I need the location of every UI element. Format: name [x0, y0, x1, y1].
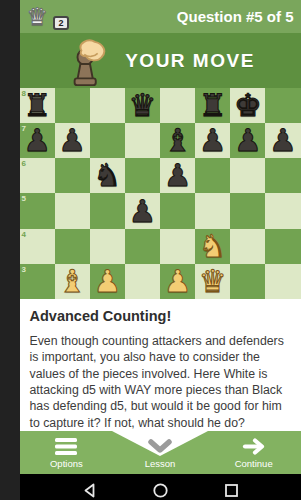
square-h3[interactable] — [265, 264, 300, 299]
square-d4[interactable] — [125, 229, 160, 264]
square-c8[interactable] — [90, 88, 125, 123]
square-c5[interactable] — [90, 193, 125, 228]
square-a8[interactable]: 8♜ — [20, 88, 55, 123]
lesson-panel: Advanced Counting! Even though counting … — [20, 299, 301, 431]
square-b3[interactable]: ♝ — [55, 264, 90, 299]
square-e5[interactable] — [160, 193, 195, 228]
queen-crown-icon: ♛ — [27, 3, 49, 31]
square-f8[interactable]: ♜ — [195, 88, 230, 123]
square-g3[interactable] — [230, 264, 265, 299]
arrow-right-icon — [242, 438, 266, 455]
square-f7[interactable]: ♟ — [195, 123, 230, 158]
black-knight-c6[interactable]: ♞ — [93, 158, 121, 193]
score-badge: 2 — [53, 16, 68, 30]
lesson-score-indicator: ♛ 2 — [27, 3, 71, 31]
square-e6[interactable]: ♟ — [160, 158, 195, 193]
black-bishop-e7[interactable]: ♝ — [164, 123, 192, 158]
rank-label-7: 7 — [22, 124, 26, 133]
lesson-text: Even though counting attackers and defen… — [30, 333, 291, 431]
square-b7[interactable]: ♟ — [55, 123, 90, 158]
back-icon — [81, 482, 98, 499]
rank-label-6: 6 — [22, 159, 26, 168]
black-pawn-d5[interactable]: ♟ — [129, 194, 157, 229]
square-a6[interactable]: 6 — [20, 158, 55, 193]
white-pawn-c3[interactable]: ♟ — [93, 264, 121, 299]
square-c4[interactable] — [90, 229, 125, 264]
square-d3[interactable] — [125, 264, 160, 299]
square-h5[interactable] — [265, 193, 300, 228]
white-bishop-b3[interactable]: ♝ — [58, 264, 86, 299]
chevron-down-icon — [147, 438, 173, 455]
square-g8[interactable]: ♚ — [230, 88, 265, 123]
rank-label-5: 5 — [22, 194, 26, 203]
square-c6[interactable]: ♞ — [90, 158, 125, 193]
black-pawn-g7[interactable]: ♟ — [234, 123, 262, 158]
black-rook-f8[interactable]: ♜ — [199, 88, 227, 123]
footer-bar: Options Lesson Continue — [20, 431, 301, 474]
square-g6[interactable] — [230, 158, 265, 193]
black-pawn-a7[interactable]: ♟ — [23, 123, 51, 158]
black-pawn-b7[interactable]: ♟ — [58, 123, 86, 158]
page-title: Question #5 of 5 — [177, 8, 294, 25]
square-a7[interactable]: 7♟ — [20, 123, 55, 158]
square-d8[interactable]: ♛ — [125, 88, 160, 123]
lesson-label: Lesson — [145, 458, 176, 469]
square-a4[interactable]: 4 — [20, 229, 55, 264]
black-pawn-h7[interactable]: ♟ — [269, 123, 297, 158]
lesson-button[interactable]: Lesson — [113, 431, 207, 474]
recents-icon — [223, 482, 240, 499]
square-d6[interactable] — [125, 158, 160, 193]
square-a5[interactable]: 5 — [20, 193, 55, 228]
black-queen-d8[interactable]: ♛ — [129, 88, 157, 123]
square-f6[interactable] — [195, 158, 230, 193]
square-b6[interactable] — [55, 158, 90, 193]
header: ♛ 2 Question #5 of 5 — [20, 0, 301, 33]
options-label: Options — [50, 458, 83, 469]
square-a3[interactable]: 3 — [20, 264, 55, 299]
options-button[interactable]: Options — [20, 431, 114, 474]
white-queen-f3[interactable]: ♛ — [199, 264, 227, 299]
square-e4[interactable] — [160, 229, 195, 264]
square-b8[interactable] — [55, 88, 90, 123]
your-move-label: YOUR MOVE — [125, 50, 255, 72]
square-h4[interactable] — [265, 229, 300, 264]
android-recents-button[interactable] — [223, 482, 240, 499]
square-g7[interactable]: ♟ — [230, 123, 265, 158]
square-e3[interactable]: ♟ — [160, 264, 195, 299]
your-move-banner: YOUR MOVE — [20, 33, 301, 88]
square-c7[interactable] — [90, 123, 125, 158]
hamburger-icon — [55, 438, 77, 455]
rank-label-4: 4 — [22, 230, 26, 239]
square-b5[interactable] — [55, 193, 90, 228]
square-f3[interactable]: ♛ — [195, 264, 230, 299]
rank-label-8: 8 — [22, 89, 26, 98]
square-d5[interactable]: ♟ — [125, 193, 160, 228]
home-icon — [152, 482, 169, 499]
android-home-button[interactable] — [152, 482, 169, 499]
black-pawn-e6[interactable]: ♟ — [164, 158, 192, 193]
square-g4[interactable] — [230, 229, 265, 264]
square-b4[interactable] — [55, 229, 90, 264]
black-king-g8[interactable]: ♚ — [234, 88, 262, 123]
white-pawn-e3[interactable]: ♟ — [164, 264, 192, 299]
square-e8[interactable] — [160, 88, 195, 123]
square-g5[interactable] — [230, 193, 265, 228]
continue-button[interactable]: Continue — [207, 431, 301, 474]
app-screen: ♛ 2 Question #5 of 5 YOUR MOVE 8♜♛♜♚7♟♟♝… — [20, 0, 301, 500]
square-f4[interactable]: ♞ — [195, 229, 230, 264]
square-f5[interactable] — [195, 193, 230, 228]
square-h6[interactable] — [265, 158, 300, 193]
hand-holding-pawn-icon — [65, 38, 115, 88]
square-h7[interactable]: ♟ — [265, 123, 300, 158]
square-h8[interactable] — [265, 88, 300, 123]
rank-label-3: 3 — [22, 265, 26, 274]
square-c3[interactable]: ♟ — [90, 264, 125, 299]
square-d7[interactable] — [125, 123, 160, 158]
square-e7[interactable]: ♝ — [160, 123, 195, 158]
continue-label: Continue — [235, 458, 273, 469]
lesson-heading: Advanced Counting! — [30, 308, 291, 324]
black-rook-a8[interactable]: ♜ — [23, 88, 51, 123]
android-navbar — [20, 474, 301, 500]
white-knight-f4[interactable]: ♞ — [199, 229, 227, 264]
chess-board[interactable]: 8♜♛♜♚7♟♟♝♟♟♟6♞♟5♟4♞3♝♟♟♛ — [20, 88, 301, 299]
android-back-button[interactable] — [81, 482, 98, 499]
black-pawn-f7[interactable]: ♟ — [199, 123, 227, 158]
